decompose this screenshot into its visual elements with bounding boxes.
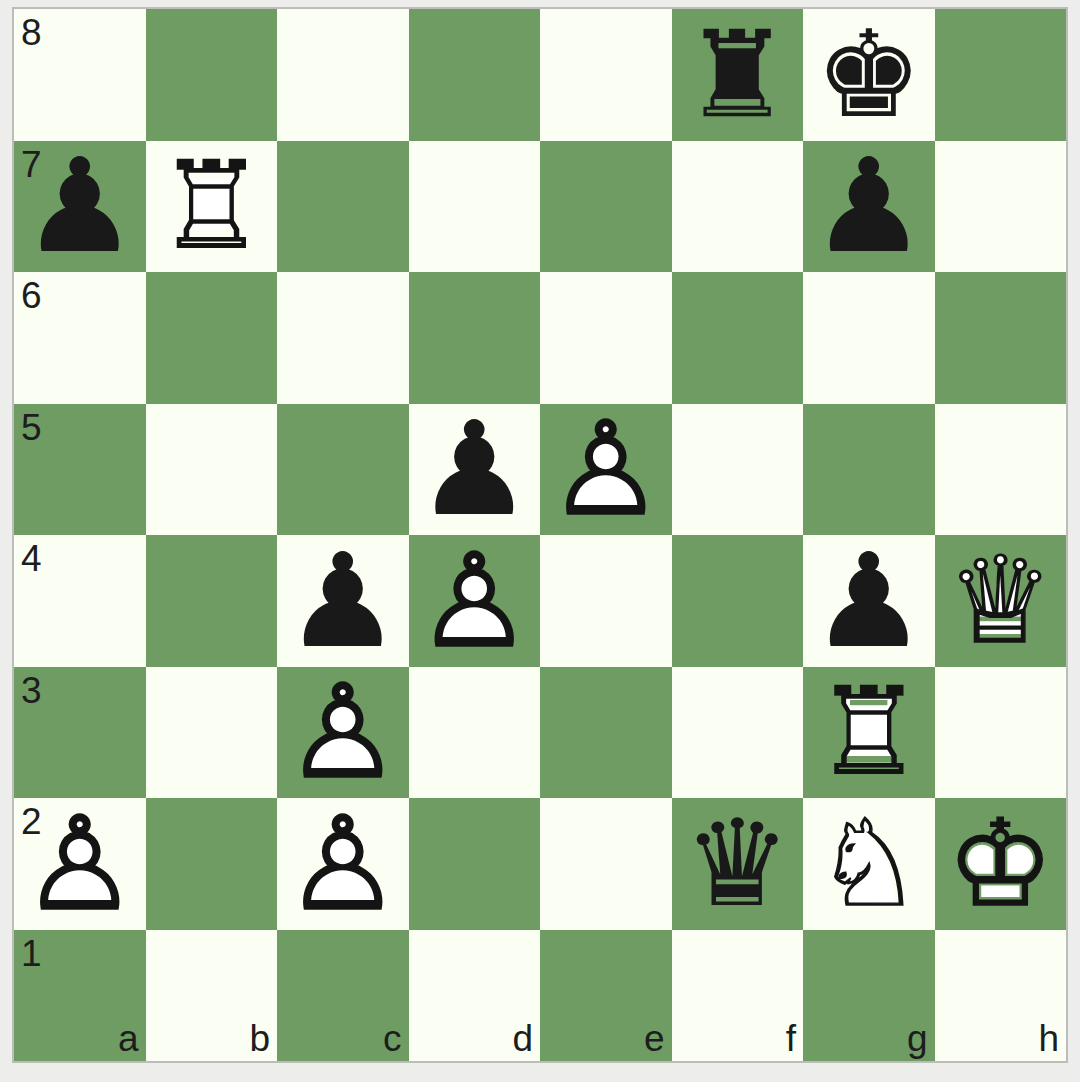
square-a3[interactable]: 3 [14, 667, 146, 799]
white-king-glyph: ♔ [935, 798, 1067, 930]
white-pawn-piece[interactable]: ♟♙ [277, 798, 409, 930]
rank-label-6: 6 [21, 277, 42, 314]
black-rook-glyph: ♜ [672, 9, 804, 141]
square-g2[interactable]: ♞♘ [803, 798, 935, 930]
square-g4[interactable]: ♟ [803, 535, 935, 667]
square-d2[interactable] [409, 798, 541, 930]
square-e3[interactable] [540, 667, 672, 799]
square-c1[interactable]: c [277, 930, 409, 1062]
black-pawn-piece[interactable]: ♟ [803, 535, 935, 667]
rank-label-4: 4 [21, 540, 42, 577]
square-g7[interactable]: ♟ [803, 141, 935, 273]
file-label-e: e [644, 1020, 665, 1057]
square-h2[interactable]: ♚♔ [935, 798, 1067, 930]
black-rook-piece[interactable]: ♜ [672, 9, 804, 141]
square-b8[interactable] [146, 9, 278, 141]
square-h1[interactable]: h [935, 930, 1067, 1062]
white-pawn-piece[interactable]: ♟♙ [409, 535, 541, 667]
rank-label-3: 3 [21, 672, 42, 709]
white-rook-glyph: ♖ [146, 141, 278, 273]
square-c3[interactable]: ♟♙ [277, 667, 409, 799]
square-d1[interactable]: d [409, 930, 541, 1062]
square-d7[interactable] [409, 141, 541, 273]
black-pawn-glyph: ♟ [803, 141, 935, 273]
square-g8[interactable]: ♚ [803, 9, 935, 141]
file-label-g: g [907, 1020, 928, 1057]
black-pawn-piece[interactable]: ♟ [277, 535, 409, 667]
white-pawn-piece[interactable]: ♟♙ [277, 667, 409, 799]
square-f1[interactable]: f [672, 930, 804, 1062]
square-h3[interactable] [935, 667, 1067, 799]
square-e7[interactable] [540, 141, 672, 273]
square-a4[interactable]: 4 [14, 535, 146, 667]
square-b4[interactable] [146, 535, 278, 667]
black-pawn-piece[interactable]: ♟ [409, 404, 541, 536]
black-king-piece[interactable]: ♚ [803, 9, 935, 141]
square-a8[interactable]: 8 [14, 9, 146, 141]
file-label-c: c [383, 1020, 402, 1057]
square-c8[interactable] [277, 9, 409, 141]
square-f5[interactable] [672, 404, 804, 536]
square-b7[interactable]: ♜♖ [146, 141, 278, 273]
file-label-h: h [1038, 1020, 1059, 1057]
square-e8[interactable] [540, 9, 672, 141]
square-e4[interactable] [540, 535, 672, 667]
file-label-b: b [249, 1020, 270, 1057]
white-pawn-glyph: ♙ [540, 404, 672, 536]
square-b5[interactable] [146, 404, 278, 536]
square-e2[interactable] [540, 798, 672, 930]
white-queen-glyph: ♕ [935, 535, 1067, 667]
white-pawn-glyph: ♙ [277, 798, 409, 930]
square-c6[interactable] [277, 272, 409, 404]
white-knight-piece[interactable]: ♞♘ [803, 798, 935, 930]
square-d5[interactable]: ♟ [409, 404, 541, 536]
black-queen-piece[interactable]: ♛ [672, 798, 804, 930]
square-d3[interactable] [409, 667, 541, 799]
white-pawn-glyph: ♙ [409, 535, 541, 667]
rank-label-1: 1 [21, 935, 42, 972]
square-c2[interactable]: ♟♙ [277, 798, 409, 930]
black-pawn-glyph: ♟ [409, 404, 541, 536]
square-d4[interactable]: ♟♙ [409, 535, 541, 667]
square-h7[interactable] [935, 141, 1067, 273]
square-f4[interactable] [672, 535, 804, 667]
square-h4[interactable]: ♛♕ [935, 535, 1067, 667]
file-label-f: f [786, 1020, 796, 1057]
file-label-a: a [118, 1020, 139, 1057]
square-b1[interactable]: b [146, 930, 278, 1062]
rank-label-7: 7 [21, 146, 42, 183]
black-pawn-piece[interactable]: ♟ [803, 141, 935, 273]
square-f8[interactable]: ♜ [672, 9, 804, 141]
square-e1[interactable]: e [540, 930, 672, 1062]
square-c4[interactable]: ♟ [277, 535, 409, 667]
square-g5[interactable] [803, 404, 935, 536]
square-a2[interactable]: 2♟♙ [14, 798, 146, 930]
black-queen-glyph: ♛ [672, 798, 804, 930]
square-d8[interactable] [409, 9, 541, 141]
square-g3[interactable]: ♜♖ [803, 667, 935, 799]
chess-board: 8♜♚7♟♜♖♟65♟♟♙4♟♟♙♟♛♕3♟♙♜♖2♟♙♟♙♛♞♘♚♔1abcd… [12, 7, 1068, 1063]
square-f3[interactable] [672, 667, 804, 799]
square-g1[interactable]: g [803, 930, 935, 1062]
white-knight-glyph: ♘ [803, 798, 935, 930]
white-queen-piece[interactable]: ♛♕ [935, 535, 1067, 667]
square-d6[interactable] [409, 272, 541, 404]
rank-label-5: 5 [21, 409, 42, 446]
black-pawn-glyph: ♟ [277, 535, 409, 667]
rank-label-2: 2 [21, 803, 42, 840]
square-f7[interactable] [672, 141, 804, 273]
square-g6[interactable] [803, 272, 935, 404]
square-e6[interactable] [540, 272, 672, 404]
black-pawn-glyph: ♟ [803, 535, 935, 667]
square-a6[interactable]: 6 [14, 272, 146, 404]
square-c5[interactable] [277, 404, 409, 536]
square-a7[interactable]: 7♟ [14, 141, 146, 273]
white-pawn-glyph: ♙ [277, 667, 409, 799]
square-f2[interactable]: ♛ [672, 798, 804, 930]
square-h8[interactable] [935, 9, 1067, 141]
rank-label-8: 8 [21, 14, 42, 51]
file-label-d: d [512, 1020, 533, 1057]
square-e5[interactable]: ♟♙ [540, 404, 672, 536]
square-h6[interactable] [935, 272, 1067, 404]
square-b6[interactable] [146, 272, 278, 404]
white-king-piece[interactable]: ♚♔ [935, 798, 1067, 930]
square-f6[interactable] [672, 272, 804, 404]
white-rook-piece[interactable]: ♜♖ [146, 141, 278, 273]
white-pawn-piece[interactable]: ♟♙ [540, 404, 672, 536]
square-a1[interactable]: 1a [14, 930, 146, 1062]
white-rook-glyph: ♖ [803, 667, 935, 799]
square-b3[interactable] [146, 667, 278, 799]
square-a5[interactable]: 5 [14, 404, 146, 536]
square-h5[interactable] [935, 404, 1067, 536]
black-king-glyph: ♚ [803, 9, 935, 141]
square-c7[interactable] [277, 141, 409, 273]
square-b2[interactable] [146, 798, 278, 930]
white-rook-piece[interactable]: ♜♖ [803, 667, 935, 799]
